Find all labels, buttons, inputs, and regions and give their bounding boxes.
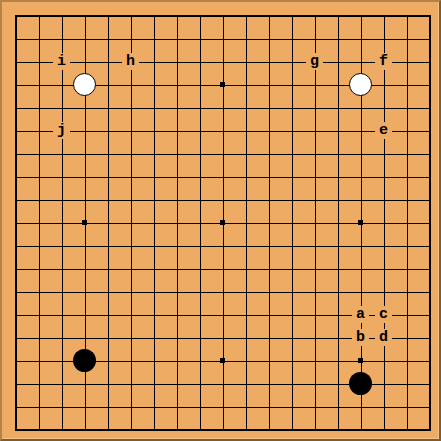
point-label-f: f bbox=[375, 53, 392, 70]
point-label-i: i bbox=[53, 53, 70, 70]
white-stone bbox=[349, 73, 372, 96]
hoshi-point bbox=[220, 82, 225, 87]
hoshi-point bbox=[220, 358, 225, 363]
point-label-b: b bbox=[352, 329, 369, 346]
point-label-d: d bbox=[375, 329, 392, 346]
white-stone bbox=[73, 73, 96, 96]
point-label-c: c bbox=[375, 306, 392, 323]
black-stone bbox=[73, 349, 96, 372]
hoshi-point bbox=[358, 358, 363, 363]
point-label-e: e bbox=[375, 122, 392, 139]
black-stone bbox=[349, 372, 372, 395]
point-label-a: a bbox=[352, 306, 369, 323]
hoshi-point bbox=[358, 220, 363, 225]
hoshi-point bbox=[220, 220, 225, 225]
point-label-j: j bbox=[53, 122, 70, 139]
point-label-h: h bbox=[122, 53, 139, 70]
intersection-grid: abcdefghij bbox=[4, 4, 441, 441]
go-board: abcdefghij bbox=[0, 0, 441, 441]
point-label-g: g bbox=[306, 53, 323, 70]
hoshi-point bbox=[82, 220, 87, 225]
